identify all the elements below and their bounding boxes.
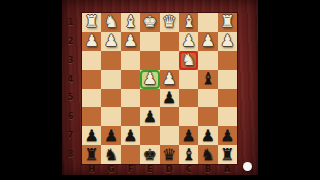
square-f3[interactable]	[121, 51, 140, 70]
square-e1[interactable]: ♚	[140, 13, 159, 32]
piece-bP-g7[interactable]: ♟	[101, 126, 120, 145]
letterbox-right	[258, 0, 320, 180]
square-g2[interactable]: ♟	[101, 32, 120, 51]
square-h5[interactable]	[82, 89, 101, 108]
square-e4[interactable]: ♟	[140, 70, 159, 89]
square-b6[interactable]	[198, 107, 217, 126]
file-label-g: G	[101, 164, 120, 175]
square-h6[interactable]	[82, 107, 101, 126]
square-b7[interactable]: ♟	[198, 126, 217, 145]
square-f8[interactable]	[121, 145, 140, 164]
file-labels: HGFEDCBA	[82, 164, 237, 175]
file-label-h: H	[82, 164, 101, 175]
square-g4[interactable]	[101, 70, 120, 89]
piece-bN-b8[interactable]: ♞	[198, 145, 217, 164]
rank-label-4: 4	[62, 70, 79, 89]
square-a2[interactable]: ♟	[218, 32, 237, 51]
square-b1[interactable]	[198, 13, 217, 32]
piece-wB-f1[interactable]: ♝	[121, 13, 140, 32]
square-g3[interactable]	[101, 51, 120, 70]
square-d4[interactable]: ♟	[160, 70, 179, 89]
square-h4[interactable]	[82, 70, 101, 89]
file-label-a: A	[218, 164, 237, 175]
square-a8[interactable]: ♜	[218, 145, 237, 164]
piece-wP-c2[interactable]: ♟	[179, 32, 198, 51]
file-label-c: C	[179, 164, 198, 175]
square-d6[interactable]	[160, 107, 179, 126]
square-g1[interactable]: ♞	[101, 13, 120, 32]
board-grid: ♜♞♝♚♛♝♜♟♟♟♟♟♟♞♟♟♝♟♟♟♟♟♟♟♟♜♞♚♛♝♞♜	[82, 13, 237, 164]
square-c4[interactable]	[179, 70, 198, 89]
square-b8[interactable]: ♞	[198, 145, 217, 164]
square-d8[interactable]: ♛	[160, 145, 179, 164]
square-f7[interactable]: ♟	[121, 126, 140, 145]
square-e6[interactable]: ♟	[140, 107, 159, 126]
piece-bP-f7[interactable]: ♟	[121, 126, 140, 145]
square-h2[interactable]: ♟	[82, 32, 101, 51]
piece-wQ-d1[interactable]: ♛	[160, 13, 179, 32]
piece-bP-e6[interactable]: ♟	[140, 107, 159, 126]
piece-wK-e1[interactable]: ♚	[140, 13, 159, 32]
rank-label-3: 3	[62, 51, 79, 70]
piece-bR-h8[interactable]: ♜	[82, 145, 101, 164]
square-d3[interactable]	[160, 51, 179, 70]
board-frame: 12345678 ♜♞♝♚♛♝♜♟♟♟♟♟♟♞♟♟♝♟♟♟♟♟♟♟♟♜♞♚♛♝♞…	[62, 0, 258, 175]
piece-bB-b4[interactable]: ♝	[198, 70, 217, 89]
piece-bP-h7[interactable]: ♟	[82, 126, 101, 145]
square-h1[interactable]: ♜	[82, 13, 101, 32]
rank-label-5: 5	[62, 89, 79, 108]
square-e8[interactable]: ♚	[140, 145, 159, 164]
square-b5[interactable]	[198, 89, 217, 108]
square-h7[interactable]: ♟	[82, 126, 101, 145]
square-a3[interactable]	[218, 51, 237, 70]
piece-bB-c8[interactable]: ♝	[179, 145, 198, 164]
piece-wP-a2[interactable]: ♟	[218, 32, 237, 51]
square-g5[interactable]	[101, 89, 120, 108]
square-d1[interactable]: ♛	[160, 13, 179, 32]
square-c6[interactable]	[179, 107, 198, 126]
square-b3[interactable]	[198, 51, 217, 70]
square-e7[interactable]	[140, 126, 159, 145]
file-label-b: B	[198, 164, 217, 175]
square-c1[interactable]: ♝	[179, 13, 198, 32]
chess-app-stage: 12345678 ♜♞♝♚♛♝♜♟♟♟♟♟♟♞♟♟♝♟♟♟♟♟♟♟♟♜♞♚♛♝♞…	[0, 0, 320, 180]
square-f4[interactable]	[121, 70, 140, 89]
square-b2[interactable]: ♟	[198, 32, 217, 51]
rank-label-6: 6	[62, 107, 79, 126]
rank-labels: 12345678	[62, 13, 79, 164]
piece-bN-g8[interactable]: ♞	[101, 145, 120, 164]
square-g6[interactable]	[101, 107, 120, 126]
square-c2[interactable]: ♟	[179, 32, 198, 51]
square-a6[interactable]	[218, 107, 237, 126]
square-a5[interactable]	[218, 89, 237, 108]
square-b4[interactable]: ♝	[198, 70, 217, 89]
piece-bP-d5[interactable]: ♟	[160, 89, 179, 108]
square-g7[interactable]: ♟	[101, 126, 120, 145]
file-label-e: E	[140, 164, 159, 175]
file-label-f: F	[121, 164, 140, 175]
piece-wN-c3[interactable]: ♞	[179, 51, 198, 70]
piece-bP-b7[interactable]: ♟	[198, 126, 217, 145]
square-a1[interactable]: ♜	[218, 13, 237, 32]
square-c5[interactable]	[179, 89, 198, 108]
piece-bR-a8[interactable]: ♜	[218, 145, 237, 164]
piece-wN-g1[interactable]: ♞	[101, 13, 120, 32]
piece-bP-a7[interactable]: ♟	[218, 126, 237, 145]
square-e5[interactable]	[140, 89, 159, 108]
rank-label-7: 7	[62, 126, 79, 145]
piece-wP-e4[interactable]: ♟	[140, 70, 159, 89]
square-d2[interactable]	[160, 32, 179, 51]
rank-label-8: 8	[62, 145, 79, 164]
rank-label-2: 2	[62, 32, 79, 51]
square-d7[interactable]	[160, 126, 179, 145]
piece-bK-e8[interactable]: ♚	[140, 145, 159, 164]
square-a4[interactable]	[218, 70, 237, 89]
square-e3[interactable]	[140, 51, 159, 70]
piece-wR-h1[interactable]: ♜	[82, 13, 101, 32]
square-c3[interactable]: ♞	[179, 51, 198, 70]
square-h3[interactable]	[82, 51, 101, 70]
piece-wR-a1[interactable]: ♜	[218, 13, 237, 32]
move-indicator	[243, 162, 252, 171]
square-e2[interactable]	[140, 32, 159, 51]
rank-label-1: 1	[62, 13, 79, 32]
square-h8[interactable]: ♜	[82, 145, 101, 164]
square-f2[interactable]: ♟	[121, 32, 140, 51]
square-f5[interactable]	[121, 89, 140, 108]
piece-wP-g2[interactable]: ♟	[101, 32, 120, 51]
square-f6[interactable]	[121, 107, 140, 126]
piece-wP-d4[interactable]: ♟	[160, 70, 179, 89]
piece-wP-b2[interactable]: ♟	[198, 32, 217, 51]
chess-board[interactable]: ♜♞♝♚♛♝♜♟♟♟♟♟♟♞♟♟♝♟♟♟♟♟♟♟♟♜♞♚♛♝♞♜	[82, 13, 237, 164]
square-d5[interactable]: ♟	[160, 89, 179, 108]
piece-bP-c7[interactable]: ♟	[179, 126, 198, 145]
letterbox-left	[0, 0, 62, 180]
piece-wP-f2[interactable]: ♟	[121, 32, 140, 51]
square-g8[interactable]: ♞	[101, 145, 120, 164]
piece-bQ-d8[interactable]: ♛	[160, 145, 179, 164]
square-c7[interactable]: ♟	[179, 126, 198, 145]
square-f1[interactable]: ♝	[121, 13, 140, 32]
square-a7[interactable]: ♟	[218, 126, 237, 145]
piece-wP-h2[interactable]: ♟	[82, 32, 101, 51]
square-c8[interactable]: ♝	[179, 145, 198, 164]
file-label-d: D	[160, 164, 179, 175]
piece-wB-c1[interactable]: ♝	[179, 13, 198, 32]
